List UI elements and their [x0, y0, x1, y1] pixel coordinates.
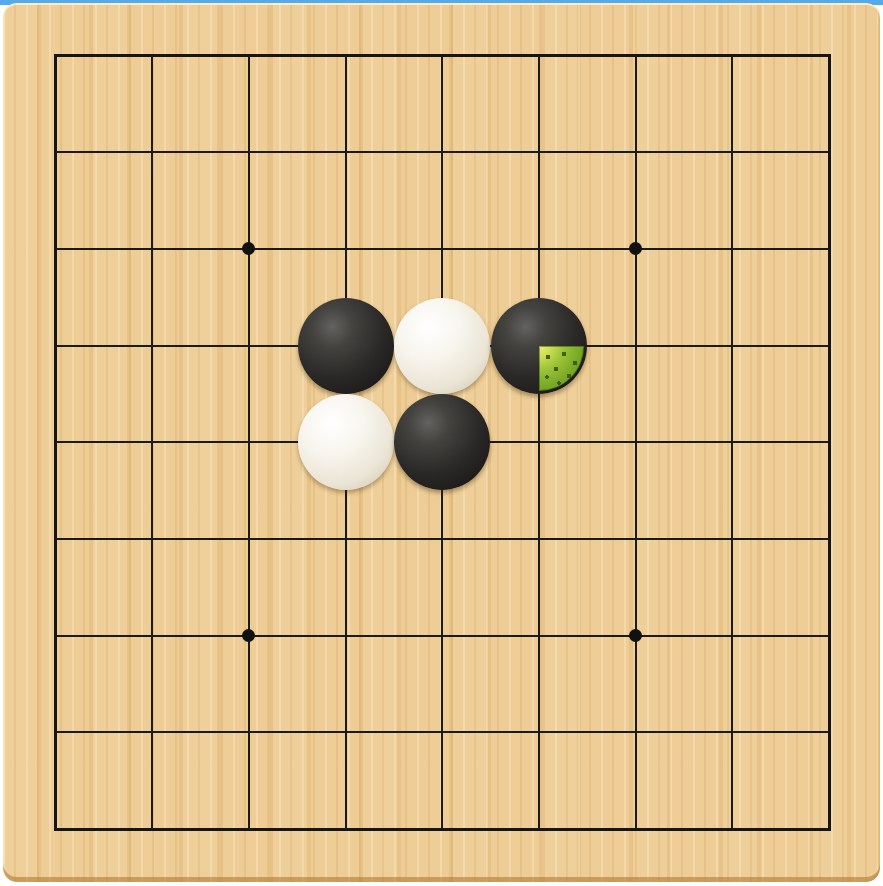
grid-line-vertical — [731, 56, 733, 830]
white-stone[interactable] — [298, 394, 394, 490]
white-stone[interactable] — [394, 298, 490, 394]
black-stone[interactable] — [491, 298, 587, 394]
black-stone[interactable] — [298, 298, 394, 394]
black-stone[interactable] — [394, 394, 490, 490]
grid-line-vertical — [635, 56, 637, 830]
app-screen — [0, 0, 883, 886]
grid-line-horizontal — [56, 635, 830, 637]
grid-line-horizontal — [56, 538, 830, 540]
grid-line-vertical — [538, 56, 540, 830]
go-board[interactable] — [3, 3, 880, 882]
grid-line-horizontal — [56, 731, 830, 733]
